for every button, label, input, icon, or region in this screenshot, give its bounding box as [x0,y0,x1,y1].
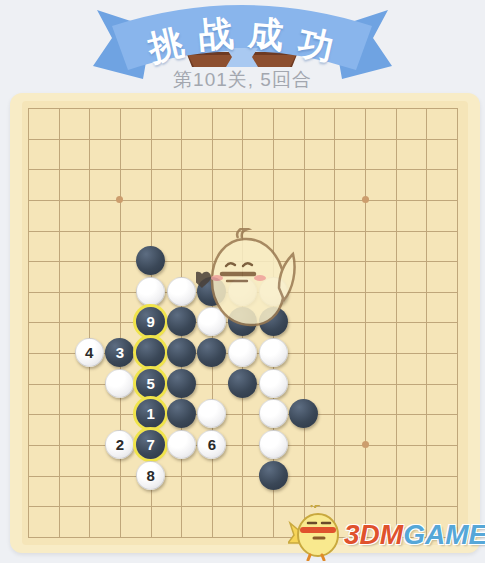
white-stone [167,277,196,306]
black-stone: 7 [136,430,165,459]
black-stone [136,246,165,275]
white-stone [167,430,196,459]
screenshot-stage: 挑 战 成 功 第101关, 5回合 943512768 [0,0,485,563]
black-stone [167,338,196,367]
watermark-text: 3DMGAME [344,519,485,551]
black-stone: 1 [136,399,165,428]
black-stone [167,369,196,398]
move-number: 8 [146,468,154,483]
black-stone: 5 [136,369,165,398]
white-stone: 6 [197,430,226,459]
move-number: 6 [208,437,216,452]
move-number: 3 [116,345,124,360]
black-stone [136,338,165,367]
star-point [362,441,369,448]
black-stone [289,399,318,428]
watermark-brand-left: 3DM [344,519,403,550]
black-stone [228,369,257,398]
black-stone [197,338,226,367]
chick-stripe [300,527,336,533]
mascot-blush-left [211,275,223,281]
victory-banner: 挑 战 成 功 第101关, 5回合 [0,0,485,95]
move-number: 4 [85,345,93,360]
star-point [116,196,123,203]
white-stone [259,399,288,428]
watermark: 3DMGAME [288,505,485,561]
chick-mascot [196,228,306,336]
white-stone: 2 [105,430,134,459]
black-stone [167,307,196,336]
white-stone [197,399,226,428]
white-stone [259,430,288,459]
move-number: 7 [146,437,154,452]
watermark-chick-icon [288,505,344,561]
move-number: 2 [116,437,124,452]
white-stone [228,338,257,367]
level-round-subtitle: 第101关, 5回合 [0,67,485,93]
mascot-wing [279,254,295,300]
mascot-ahoge [237,228,248,238]
banner-title-char: 战 [194,9,238,59]
white-stone [259,338,288,367]
move-number: 9 [146,314,154,329]
white-stone: 4 [75,338,104,367]
heart-icon [196,272,211,288]
black-stone [167,399,196,428]
gomoku-board: 943512768 [10,93,480,553]
mascot-blush-right [254,275,266,281]
black-stone: 9 [136,307,165,336]
black-stone: 3 [105,338,134,367]
chick-body [298,514,338,556]
white-stone: 8 [136,461,165,490]
move-number: 5 [146,376,154,391]
watermark-brand-right: GAME [403,519,485,550]
chick-tuft [312,505,318,508]
black-stone [259,461,288,490]
banner-title-char: 成 [244,9,288,59]
move-number: 1 [146,406,154,421]
white-stone [259,369,288,398]
white-stone [105,369,134,398]
mascot-body [212,239,284,325]
star-point [362,196,369,203]
white-stone [136,277,165,306]
